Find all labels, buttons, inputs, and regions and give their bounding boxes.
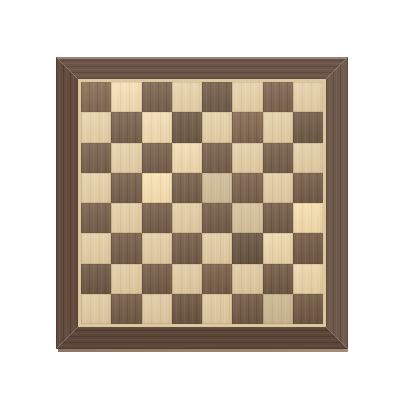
square-e3 bbox=[202, 233, 232, 263]
square-d1 bbox=[172, 294, 202, 324]
product-photo bbox=[0, 0, 400, 400]
board-bottom-edge bbox=[58, 349, 348, 352]
square-b2 bbox=[111, 264, 141, 294]
square-e8 bbox=[202, 82, 232, 112]
square-c8 bbox=[142, 82, 172, 112]
square-g1 bbox=[263, 294, 293, 324]
square-g8 bbox=[263, 82, 293, 112]
square-b7 bbox=[111, 112, 141, 142]
square-g7 bbox=[263, 112, 293, 142]
square-h1 bbox=[293, 294, 323, 324]
square-f2 bbox=[232, 264, 262, 294]
square-f8 bbox=[232, 82, 262, 112]
square-e6 bbox=[202, 143, 232, 173]
board-frame-bottom bbox=[56, 327, 348, 349]
square-a3 bbox=[81, 233, 111, 263]
square-a7 bbox=[81, 112, 111, 142]
square-b5 bbox=[111, 173, 141, 203]
board-frame-left bbox=[56, 57, 78, 349]
square-h6 bbox=[293, 143, 323, 173]
square-a5 bbox=[81, 173, 111, 203]
square-a2 bbox=[81, 264, 111, 294]
square-h4 bbox=[293, 203, 323, 233]
square-d7 bbox=[172, 112, 202, 142]
square-c1 bbox=[142, 294, 172, 324]
square-f5 bbox=[232, 173, 262, 203]
square-c5 bbox=[142, 173, 172, 203]
square-f7 bbox=[232, 112, 262, 142]
square-f3 bbox=[232, 233, 262, 263]
square-e5 bbox=[202, 173, 232, 203]
chess-board bbox=[56, 57, 348, 349]
square-d5 bbox=[172, 173, 202, 203]
square-h8 bbox=[293, 82, 323, 112]
square-g5 bbox=[263, 173, 293, 203]
square-c2 bbox=[142, 264, 172, 294]
square-h2 bbox=[293, 264, 323, 294]
square-c3 bbox=[142, 233, 172, 263]
square-b8 bbox=[111, 82, 141, 112]
square-b1 bbox=[111, 294, 141, 324]
square-d4 bbox=[172, 203, 202, 233]
board-grid bbox=[81, 82, 323, 324]
square-h7 bbox=[293, 112, 323, 142]
square-d3 bbox=[172, 233, 202, 263]
square-f6 bbox=[232, 143, 262, 173]
square-g2 bbox=[263, 264, 293, 294]
square-h5 bbox=[293, 173, 323, 203]
square-f4 bbox=[232, 203, 262, 233]
square-h3 bbox=[293, 233, 323, 263]
square-d2 bbox=[172, 264, 202, 294]
square-d6 bbox=[172, 143, 202, 173]
square-e2 bbox=[202, 264, 232, 294]
square-e4 bbox=[202, 203, 232, 233]
square-g6 bbox=[263, 143, 293, 173]
square-g4 bbox=[263, 203, 293, 233]
board-frame-top bbox=[56, 57, 348, 79]
square-c6 bbox=[142, 143, 172, 173]
board-frame-right bbox=[326, 57, 348, 349]
square-c7 bbox=[142, 112, 172, 142]
square-b4 bbox=[111, 203, 141, 233]
square-e7 bbox=[202, 112, 232, 142]
maple-inlay-line bbox=[78, 79, 326, 327]
square-c4 bbox=[142, 203, 172, 233]
square-e1 bbox=[202, 294, 232, 324]
square-a8 bbox=[81, 82, 111, 112]
square-b6 bbox=[111, 143, 141, 173]
square-a6 bbox=[81, 143, 111, 173]
square-b3 bbox=[111, 233, 141, 263]
square-a4 bbox=[81, 203, 111, 233]
square-g3 bbox=[263, 233, 293, 263]
square-f1 bbox=[232, 294, 262, 324]
square-d8 bbox=[172, 82, 202, 112]
square-a1 bbox=[81, 294, 111, 324]
